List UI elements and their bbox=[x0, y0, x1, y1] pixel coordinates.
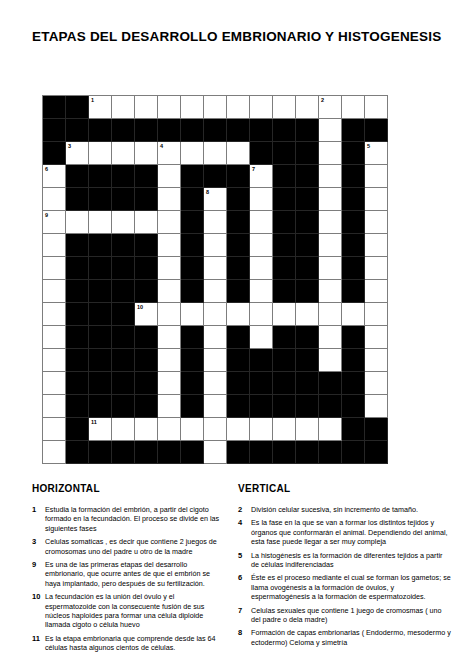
white-cell[interactable] bbox=[319, 257, 342, 280]
clue-list-number: 9 bbox=[32, 560, 45, 569]
white-cell[interactable] bbox=[181, 142, 204, 165]
white-cell[interactable] bbox=[204, 280, 227, 303]
black-cell bbox=[227, 188, 250, 211]
black-cell bbox=[135, 349, 158, 372]
vertical-clue-7: 7Celulas sexuales que contiene 1 juego d… bbox=[238, 606, 452, 625]
black-cell bbox=[250, 441, 273, 464]
black-cell bbox=[66, 96, 89, 119]
black-cell bbox=[296, 211, 319, 234]
black-cell bbox=[273, 395, 296, 418]
vertical-clue-6: 6Éste es el proceso mediante el cual se … bbox=[238, 573, 452, 601]
white-cell[interactable] bbox=[43, 303, 66, 326]
vertical-clue-5: 5La histogénesis es la formación de dife… bbox=[238, 551, 452, 570]
white-cell[interactable] bbox=[365, 188, 388, 211]
white-cell[interactable] bbox=[43, 280, 66, 303]
white-cell[interactable] bbox=[204, 418, 227, 441]
black-cell bbox=[112, 303, 135, 326]
black-cell bbox=[66, 119, 89, 142]
black-cell bbox=[66, 349, 89, 372]
clue-list-number: 10 bbox=[32, 592, 45, 601]
white-cell[interactable] bbox=[365, 280, 388, 303]
black-cell bbox=[342, 142, 365, 165]
clue-list-number: 7 bbox=[238, 606, 251, 615]
white-cell[interactable] bbox=[319, 142, 342, 165]
black-cell bbox=[342, 119, 365, 142]
black-cell bbox=[273, 372, 296, 395]
black-cell bbox=[135, 234, 158, 257]
white-cell[interactable] bbox=[365, 165, 388, 188]
black-cell bbox=[181, 372, 204, 395]
white-cell[interactable] bbox=[43, 372, 66, 395]
black-cell bbox=[181, 441, 204, 464]
white-cell[interactable] bbox=[204, 303, 227, 326]
black-cell bbox=[66, 280, 89, 303]
black-cell bbox=[342, 257, 365, 280]
white-cell[interactable] bbox=[365, 257, 388, 280]
white-cell[interactable] bbox=[342, 96, 365, 119]
white-cell[interactable] bbox=[43, 326, 66, 349]
horizontal-clue-11: 11Es la etapa embrionaria que comprende … bbox=[32, 634, 225, 653]
black-cell bbox=[227, 441, 250, 464]
horizontal-clue-1: 1Estudia la formación del embrión, a par… bbox=[32, 505, 225, 533]
black-cell bbox=[66, 441, 89, 464]
white-cell[interactable] bbox=[365, 349, 388, 372]
black-cell bbox=[296, 165, 319, 188]
white-cell[interactable]: 3 bbox=[66, 142, 89, 165]
white-cell[interactable]: 6 bbox=[43, 165, 66, 188]
black-cell bbox=[112, 372, 135, 395]
clue-list-number: 5 bbox=[238, 551, 251, 560]
white-cell[interactable] bbox=[158, 326, 181, 349]
white-cell[interactable] bbox=[43, 188, 66, 211]
white-cell[interactable] bbox=[112, 96, 135, 119]
black-cell bbox=[342, 165, 365, 188]
black-cell bbox=[273, 211, 296, 234]
black-cell bbox=[112, 441, 135, 464]
black-cell bbox=[204, 165, 227, 188]
white-cell[interactable] bbox=[319, 280, 342, 303]
horizontal-clues-header: HORIZONTAL bbox=[32, 483, 225, 494]
black-cell bbox=[319, 441, 342, 464]
clue-text: Estudia la formación del embrión, a part… bbox=[45, 505, 225, 533]
clue-number: 8 bbox=[206, 189, 209, 195]
white-cell[interactable] bbox=[158, 96, 181, 119]
vertical-clues-header: VERTICAL bbox=[238, 483, 452, 494]
black-cell bbox=[66, 257, 89, 280]
white-cell[interactable]: 5 bbox=[365, 142, 388, 165]
clue-text: Es la fase en la que se van a formar los… bbox=[251, 518, 452, 546]
black-cell bbox=[135, 441, 158, 464]
white-cell[interactable]: 10 bbox=[135, 303, 158, 326]
white-cell[interactable] bbox=[250, 326, 273, 349]
black-cell bbox=[296, 372, 319, 395]
white-cell[interactable] bbox=[158, 395, 181, 418]
black-cell bbox=[181, 280, 204, 303]
white-cell[interactable] bbox=[250, 303, 273, 326]
black-cell bbox=[227, 119, 250, 142]
horizontal-clue-9: 9Es una de las primeras etapas del desar… bbox=[32, 560, 225, 588]
black-cell bbox=[89, 349, 112, 372]
black-cell bbox=[89, 188, 112, 211]
clue-list-number: 11 bbox=[32, 634, 45, 643]
white-cell[interactable] bbox=[296, 303, 319, 326]
black-cell bbox=[112, 234, 135, 257]
black-cell bbox=[43, 142, 66, 165]
white-cell[interactable] bbox=[158, 211, 181, 234]
white-cell[interactable] bbox=[227, 96, 250, 119]
black-cell bbox=[319, 395, 342, 418]
black-cell bbox=[273, 234, 296, 257]
black-cell bbox=[319, 372, 342, 395]
black-cell bbox=[89, 441, 112, 464]
clue-number: 10 bbox=[137, 304, 143, 310]
clue-list-number: 2 bbox=[238, 505, 251, 514]
black-cell bbox=[365, 441, 388, 464]
white-cell[interactable] bbox=[66, 211, 89, 234]
black-cell bbox=[135, 395, 158, 418]
black-cell bbox=[135, 188, 158, 211]
black-cell bbox=[296, 257, 319, 280]
black-cell bbox=[66, 372, 89, 395]
black-cell bbox=[66, 165, 89, 188]
white-cell[interactable] bbox=[43, 395, 66, 418]
black-cell bbox=[66, 395, 89, 418]
black-cell bbox=[227, 395, 250, 418]
black-cell bbox=[66, 234, 89, 257]
black-cell bbox=[296, 280, 319, 303]
white-cell[interactable] bbox=[365, 395, 388, 418]
clue-number: 3 bbox=[68, 143, 71, 149]
black-cell bbox=[181, 234, 204, 257]
white-cell[interactable] bbox=[319, 418, 342, 441]
black-cell bbox=[43, 119, 66, 142]
black-cell bbox=[135, 372, 158, 395]
white-cell[interactable] bbox=[43, 349, 66, 372]
black-cell bbox=[227, 349, 250, 372]
white-cell[interactable] bbox=[135, 418, 158, 441]
vertical-clue-list: 2División celular sucesiva, sin incremen… bbox=[238, 505, 452, 647]
black-cell bbox=[204, 119, 227, 142]
white-cell[interactable] bbox=[181, 303, 204, 326]
white-cell[interactable] bbox=[158, 188, 181, 211]
white-cell[interactable] bbox=[158, 165, 181, 188]
white-cell[interactable] bbox=[250, 257, 273, 280]
black-cell bbox=[112, 349, 135, 372]
black-cell bbox=[342, 418, 365, 441]
white-cell[interactable] bbox=[250, 234, 273, 257]
black-cell bbox=[227, 211, 250, 234]
black-cell bbox=[273, 165, 296, 188]
clue-text: División celular sucesiva, sin increment… bbox=[251, 505, 452, 514]
clue-text: Celulas sexuales que contiene 1 juego de… bbox=[251, 606, 452, 625]
black-cell bbox=[342, 441, 365, 464]
black-cell bbox=[342, 211, 365, 234]
clue-list-number: 8 bbox=[238, 628, 251, 637]
black-cell bbox=[365, 418, 388, 441]
black-cell bbox=[227, 372, 250, 395]
white-cell[interactable]: 1 bbox=[89, 96, 112, 119]
white-cell[interactable] bbox=[158, 418, 181, 441]
white-cell[interactable] bbox=[319, 211, 342, 234]
horizontal-clues-section: HORIZONTAL 1Estudia la formación del emb… bbox=[32, 483, 225, 657]
white-cell[interactable] bbox=[365, 372, 388, 395]
white-cell[interactable] bbox=[89, 211, 112, 234]
clue-number: 4 bbox=[160, 143, 163, 149]
white-cell[interactable] bbox=[181, 96, 204, 119]
black-cell bbox=[112, 326, 135, 349]
black-cell bbox=[296, 234, 319, 257]
white-cell[interactable] bbox=[250, 96, 273, 119]
black-cell bbox=[342, 234, 365, 257]
white-cell[interactable] bbox=[204, 349, 227, 372]
white-cell[interactable] bbox=[181, 418, 204, 441]
white-cell[interactable] bbox=[204, 257, 227, 280]
black-cell bbox=[66, 188, 89, 211]
white-cell[interactable] bbox=[43, 418, 66, 441]
black-cell bbox=[342, 372, 365, 395]
black-cell bbox=[181, 395, 204, 418]
clue-list-number: 6 bbox=[238, 573, 251, 582]
white-cell[interactable] bbox=[112, 211, 135, 234]
clue-text: La fecundación es la unión del óvulo y e… bbox=[45, 592, 225, 630]
white-cell[interactable] bbox=[135, 211, 158, 234]
black-cell bbox=[250, 142, 273, 165]
white-cell[interactable] bbox=[227, 303, 250, 326]
white-cell[interactable] bbox=[204, 96, 227, 119]
black-cell bbox=[365, 119, 388, 142]
white-cell[interactable] bbox=[319, 303, 342, 326]
white-cell[interactable] bbox=[319, 188, 342, 211]
white-cell[interactable] bbox=[250, 418, 273, 441]
black-cell bbox=[181, 257, 204, 280]
black-cell bbox=[135, 165, 158, 188]
white-cell[interactable] bbox=[158, 257, 181, 280]
white-cell[interactable] bbox=[365, 96, 388, 119]
white-cell[interactable] bbox=[204, 234, 227, 257]
horizontal-clue-10: 10La fecundación es la unión del óvulo y… bbox=[32, 592, 225, 630]
black-cell bbox=[181, 326, 204, 349]
crossword-grid: 1234567891011 bbox=[42, 95, 388, 464]
clue-text: Es una de las primeras etapas del desarr… bbox=[45, 560, 225, 588]
black-cell bbox=[342, 188, 365, 211]
white-cell[interactable] bbox=[319, 234, 342, 257]
black-cell bbox=[342, 280, 365, 303]
white-cell[interactable] bbox=[135, 142, 158, 165]
black-cell bbox=[227, 280, 250, 303]
white-cell[interactable] bbox=[250, 211, 273, 234]
black-cell bbox=[273, 280, 296, 303]
black-cell bbox=[181, 119, 204, 142]
black-cell bbox=[66, 326, 89, 349]
black-cell bbox=[89, 395, 112, 418]
white-cell[interactable]: 4 bbox=[158, 142, 181, 165]
black-cell bbox=[250, 395, 273, 418]
white-cell[interactable] bbox=[158, 280, 181, 303]
black-cell bbox=[112, 165, 135, 188]
white-cell[interactable] bbox=[204, 142, 227, 165]
black-cell bbox=[342, 395, 365, 418]
clue-list-number: 1 bbox=[32, 505, 45, 514]
vertical-clues-section: VERTICAL 2División celular sucesiva, sin… bbox=[238, 483, 452, 651]
black-cell bbox=[273, 119, 296, 142]
black-cell bbox=[273, 349, 296, 372]
clue-number: 11 bbox=[91, 419, 97, 425]
white-cell[interactable]: 9 bbox=[43, 211, 66, 234]
clue-number: 7 bbox=[252, 166, 255, 172]
black-cell bbox=[273, 257, 296, 280]
black-cell bbox=[273, 441, 296, 464]
vertical-clue-4: 4Es la fase en la que se van a formar lo… bbox=[238, 518, 452, 546]
black-cell bbox=[296, 326, 319, 349]
white-cell[interactable] bbox=[158, 303, 181, 326]
black-cell bbox=[181, 188, 204, 211]
white-cell[interactable] bbox=[112, 418, 135, 441]
black-cell bbox=[112, 280, 135, 303]
black-cell bbox=[66, 303, 89, 326]
white-cell[interactable] bbox=[250, 188, 273, 211]
white-cell[interactable] bbox=[319, 326, 342, 349]
horizontal-clue-3: 3Celulas somaticas , es decir que contie… bbox=[32, 537, 225, 556]
black-cell bbox=[250, 349, 273, 372]
black-cell bbox=[250, 119, 273, 142]
black-cell bbox=[89, 257, 112, 280]
black-cell bbox=[227, 257, 250, 280]
white-cell[interactable] bbox=[273, 303, 296, 326]
clue-text: Formación de capas embrionarias ( Endode… bbox=[251, 628, 452, 647]
horizontal-clue-list: 1Estudia la formación del embrión, a par… bbox=[32, 505, 225, 653]
black-cell bbox=[342, 349, 365, 372]
black-cell bbox=[273, 326, 296, 349]
black-cell bbox=[296, 142, 319, 165]
black-cell bbox=[89, 234, 112, 257]
black-cell bbox=[181, 349, 204, 372]
vertical-clue-2: 2División celular sucesiva, sin incremen… bbox=[238, 505, 452, 514]
white-cell[interactable] bbox=[204, 395, 227, 418]
white-cell[interactable] bbox=[250, 280, 273, 303]
black-cell bbox=[296, 188, 319, 211]
vertical-clue-8: 8Formación de capas embrionarias ( Endod… bbox=[238, 628, 452, 647]
black-cell bbox=[181, 165, 204, 188]
black-cell bbox=[112, 119, 135, 142]
black-cell bbox=[135, 326, 158, 349]
black-cell bbox=[158, 441, 181, 464]
black-cell bbox=[89, 119, 112, 142]
black-cell bbox=[89, 372, 112, 395]
clue-number: 5 bbox=[367, 143, 370, 149]
white-cell[interactable] bbox=[365, 211, 388, 234]
black-cell bbox=[296, 349, 319, 372]
clue-text: Éste es el proceso mediante el cual se f… bbox=[251, 573, 452, 601]
white-cell[interactable] bbox=[204, 372, 227, 395]
black-cell bbox=[135, 119, 158, 142]
clue-list-number: 3 bbox=[32, 537, 45, 546]
white-cell[interactable] bbox=[158, 372, 181, 395]
white-cell[interactable]: 11 bbox=[89, 418, 112, 441]
black-cell bbox=[112, 188, 135, 211]
white-cell[interactable] bbox=[365, 326, 388, 349]
white-cell[interactable] bbox=[365, 303, 388, 326]
black-cell bbox=[89, 303, 112, 326]
clue-text: Celulas somaticas , es decir que contien… bbox=[45, 537, 225, 556]
white-cell[interactable] bbox=[158, 349, 181, 372]
black-cell bbox=[296, 441, 319, 464]
black-cell bbox=[342, 326, 365, 349]
black-cell bbox=[135, 257, 158, 280]
black-cell bbox=[227, 165, 250, 188]
black-cell bbox=[273, 188, 296, 211]
white-cell[interactable] bbox=[43, 257, 66, 280]
clue-number: 1 bbox=[91, 97, 94, 103]
black-cell bbox=[227, 326, 250, 349]
white-cell[interactable] bbox=[319, 119, 342, 142]
clue-text: Es la etapa embrionaria que comprende de… bbox=[45, 634, 225, 653]
black-cell bbox=[135, 280, 158, 303]
white-cell[interactable] bbox=[342, 303, 365, 326]
page-title: ETAPAS DEL DESARROLLO EMBRIONARIO Y HIST… bbox=[32, 29, 441, 44]
clue-text: La histogénesis es la formación de difer… bbox=[251, 551, 452, 570]
white-cell[interactable] bbox=[89, 142, 112, 165]
black-cell bbox=[89, 326, 112, 349]
black-cell bbox=[158, 119, 181, 142]
white-cell[interactable] bbox=[227, 418, 250, 441]
white-cell[interactable] bbox=[273, 96, 296, 119]
clue-number: 9 bbox=[45, 212, 48, 218]
black-cell bbox=[296, 119, 319, 142]
clue-number: 6 bbox=[45, 166, 48, 172]
white-cell[interactable] bbox=[204, 326, 227, 349]
black-cell bbox=[296, 395, 319, 418]
black-cell bbox=[227, 234, 250, 257]
white-cell[interactable] bbox=[158, 234, 181, 257]
white-cell[interactable] bbox=[43, 441, 66, 464]
white-cell[interactable] bbox=[112, 142, 135, 165]
black-cell bbox=[43, 96, 66, 119]
black-cell bbox=[89, 280, 112, 303]
black-cell bbox=[112, 257, 135, 280]
white-cell[interactable] bbox=[43, 234, 66, 257]
white-cell[interactable] bbox=[227, 142, 250, 165]
white-cell[interactable] bbox=[135, 96, 158, 119]
white-cell[interactable] bbox=[204, 441, 227, 464]
black-cell bbox=[112, 395, 135, 418]
clue-number: 2 bbox=[321, 97, 324, 103]
clue-list-number: 4 bbox=[238, 518, 251, 527]
white-cell[interactable] bbox=[319, 349, 342, 372]
black-cell bbox=[181, 211, 204, 234]
black-cell bbox=[250, 372, 273, 395]
white-cell[interactable]: 2 bbox=[319, 96, 342, 119]
white-cell[interactable]: 7 bbox=[250, 165, 273, 188]
white-cell[interactable] bbox=[273, 418, 296, 441]
white-cell[interactable] bbox=[365, 234, 388, 257]
white-cell[interactable]: 8 bbox=[204, 188, 227, 211]
black-cell bbox=[66, 418, 89, 441]
white-cell[interactable] bbox=[319, 165, 342, 188]
white-cell[interactable] bbox=[296, 418, 319, 441]
black-cell bbox=[89, 165, 112, 188]
white-cell[interactable] bbox=[204, 211, 227, 234]
white-cell[interactable] bbox=[296, 96, 319, 119]
black-cell bbox=[273, 142, 296, 165]
